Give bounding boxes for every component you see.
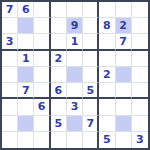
sudoku-cell-r6c3[interactable] (34, 83, 50, 99)
sudoku-cell-r3c3[interactable] (34, 34, 50, 50)
sudoku-cell-r2c7[interactable]: 8 (99, 18, 115, 34)
sudoku-cell-r2c2[interactable] (18, 18, 34, 34)
sudoku-cell-r1c8[interactable] (116, 2, 132, 18)
sudoku-cell-r8c2[interactable] (18, 116, 34, 132)
sudoku-cell-r4c8[interactable] (116, 51, 132, 67)
sudoku-cell-r3c9[interactable] (132, 34, 148, 50)
sudoku-cell-r8c7[interactable] (99, 116, 115, 132)
sudoku-cell-r3c7[interactable] (99, 34, 115, 50)
sudoku-cell-r8c9[interactable] (132, 116, 148, 132)
sudoku-cell-r4c5[interactable] (67, 51, 83, 67)
sudoku-cell-r7c5[interactable]: 3 (67, 99, 83, 115)
sudoku-cell-r4c6[interactable] (83, 51, 99, 67)
sudoku-cell-r1c1[interactable]: 7 (2, 2, 18, 18)
sudoku-cell-r4c1[interactable] (2, 51, 18, 67)
sudoku-cell-r8c1[interactable] (2, 116, 18, 132)
sudoku-cell-r7c1[interactable] (2, 99, 18, 115)
sudoku-cell-r1c7[interactable] (99, 2, 115, 18)
sudoku-cell-r9c7[interactable]: 5 (99, 132, 115, 148)
sudoku-cell-r4c2[interactable]: 1 (18, 51, 34, 67)
sudoku-cell-r8c5[interactable] (67, 116, 83, 132)
sudoku-cell-r6c7[interactable] (99, 83, 115, 99)
sudoku-cell-r9c1[interactable] (2, 132, 18, 148)
sudoku-cell-r3c4[interactable] (51, 34, 67, 50)
sudoku-cell-r2c4[interactable] (51, 18, 67, 34)
sudoku-cell-r7c9[interactable] (132, 99, 148, 115)
sudoku-cell-r2c1[interactable] (2, 18, 18, 34)
sudoku-cell-r1c6[interactable] (83, 2, 99, 18)
sudoku-cell-r2c6[interactable] (83, 18, 99, 34)
sudoku-cell-r9c2[interactable] (18, 132, 34, 148)
sudoku-cell-r5c8[interactable] (116, 67, 132, 83)
sudoku-cell-r9c8[interactable] (116, 132, 132, 148)
sudoku-cell-r7c7[interactable] (99, 99, 115, 115)
sudoku-cell-r5c4[interactable] (51, 67, 67, 83)
sudoku-cell-r3c2[interactable] (18, 34, 34, 50)
sudoku-cell-r4c7[interactable] (99, 51, 115, 67)
sudoku-cell-r6c4[interactable]: 6 (51, 83, 67, 99)
sudoku-cell-r2c9[interactable] (132, 18, 148, 34)
sudoku-cell-r6c9[interactable] (132, 83, 148, 99)
sudoku-cell-r1c9[interactable] (132, 2, 148, 18)
sudoku-cell-r2c5[interactable]: 9 (67, 18, 83, 34)
sudoku-cell-r5c2[interactable] (18, 67, 34, 83)
sudoku-cell-r1c4[interactable] (51, 2, 67, 18)
sudoku-cell-r5c9[interactable] (132, 67, 148, 83)
sudoku-cell-r6c6[interactable]: 5 (83, 83, 99, 99)
sudoku-cell-r5c7[interactable]: 2 (99, 67, 115, 83)
sudoku-cell-r4c9[interactable] (132, 51, 148, 67)
sudoku-cell-r1c2[interactable]: 6 (18, 2, 34, 18)
sudoku-cell-r9c9[interactable]: 3 (132, 132, 148, 148)
sudoku-cell-r3c5[interactable]: 1 (67, 34, 83, 50)
sudoku-cell-r3c8[interactable]: 7 (116, 34, 132, 50)
sudoku-cell-r6c5[interactable] (67, 83, 83, 99)
sudoku-cell-r8c3[interactable] (34, 116, 50, 132)
sudoku-cell-r7c3[interactable]: 6 (34, 99, 50, 115)
sudoku-cell-r4c3[interactable] (34, 51, 50, 67)
sudoku-cell-r5c5[interactable] (67, 67, 83, 83)
sudoku-cell-r6c8[interactable] (116, 83, 132, 99)
sudoku-cell-r7c2[interactable] (18, 99, 34, 115)
sudoku-cell-r6c1[interactable] (2, 83, 18, 99)
sudoku-cell-r8c8[interactable] (116, 116, 132, 132)
sudoku-cell-r3c1[interactable]: 3 (2, 34, 18, 50)
sudoku-cell-r8c4[interactable]: 5 (51, 116, 67, 132)
sudoku-cell-r2c3[interactable] (34, 18, 50, 34)
sudoku-cell-r1c3[interactable] (34, 2, 50, 18)
sudoku-cell-r8c6[interactable]: 7 (83, 116, 99, 132)
sudoku-cell-r9c5[interactable] (67, 132, 83, 148)
sudoku-cell-r2c8[interactable]: 2 (116, 18, 132, 34)
sudoku-cell-r7c6[interactable] (83, 99, 99, 115)
sudoku-cell-r5c3[interactable] (34, 67, 50, 83)
sudoku-cell-r1c5[interactable] (67, 2, 83, 18)
sudoku-cell-r5c6[interactable] (83, 67, 99, 83)
sudoku-cell-r3c6[interactable] (83, 34, 99, 50)
sudoku-cell-r6c2[interactable]: 7 (18, 83, 34, 99)
sudoku-cell-r9c4[interactable] (51, 132, 67, 148)
sudoku-cell-r4c4[interactable]: 2 (51, 51, 67, 67)
sudoku-cell-r7c4[interactable] (51, 99, 67, 115)
sudoku-cell-r5c1[interactable] (2, 67, 18, 83)
sudoku-cell-r9c3[interactable] (34, 132, 50, 148)
sudoku-cell-r7c8[interactable] (116, 99, 132, 115)
sudoku-cell-r9c6[interactable] (83, 132, 99, 148)
sudoku-board: 76982317122765635753 (0, 0, 150, 150)
